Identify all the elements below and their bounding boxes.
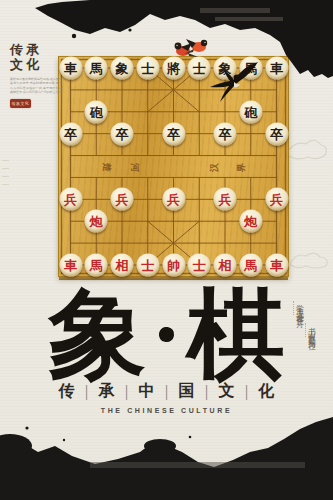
red-seal-stamp: 传承文化 [10,99,31,108]
title-char-qi: 棋 [187,285,285,383]
subtitle-english: THE CHINESE CULTURE [0,407,333,414]
subtitle-char: 国 [179,383,195,399]
swallow-icon [208,58,262,106]
corner-tag-line2: 文化 [10,57,68,72]
xiangqi-piece-red: 兵 [59,188,82,211]
subtitle-char: 化 [259,383,275,399]
xiangqi-piece-red: 炮 [85,210,108,233]
xiangqi-piece-red: 兵 [214,188,237,211]
xiangqi-piece-red: 炮 [239,210,262,233]
intro-paragraph: 象棋是中国传统棋类益智游戏 在中国有着悠久的历史 先秦时期已有记载 属于二人对抗… [10,77,62,95]
xiangqi-piece-black: 卒 [265,122,288,145]
couplet-line2: 书山有路勤为径 [308,321,316,339]
subtitle-char: 中 [138,383,154,399]
xiangqi-piece-red: 車 [59,254,82,277]
corner-tag-block: 传承 文化 象棋是中国传统棋类益智游戏 在中国有着悠久的历史 先秦时期已有记载 … [10,42,68,108]
river-label-char: 楚 [100,163,113,172]
xiangqi-piece-black: 卒 [162,122,185,145]
xiangqi-piece-black: 士 [136,57,159,80]
subtitle-separator: | [124,384,128,398]
main-title: 象 · 棋 [0,276,333,392]
xiangqi-piece-red: 馬 [239,254,262,277]
title-char-xiang: 象 [48,285,146,383]
xiangqi-piece-black: 馬 [85,57,108,80]
xiangqi-piece-red: 帥 [162,254,185,277]
river-label-char: 界 [235,163,248,172]
cloud-decoration-lower [288,250,332,270]
xiangqi-piece-red: 士 [188,254,211,277]
subtitle-separator: | [84,384,88,398]
xiangqi-piece-black: 卒 [111,122,134,145]
xiangqi-piece-black: 砲 [85,100,108,123]
subtitle-separator: | [205,384,209,398]
xiangqi-piece-black: 卒 [59,122,82,145]
bottom-ink-wash [0,410,333,500]
river-label-char: 河 [128,163,141,172]
xiangqi-piece-red: 馬 [85,254,108,277]
xiangqi-piece-red: 相 [111,254,134,277]
subtitle-char: 承 [98,383,114,399]
xiangqi-piece-black: 象 [111,57,134,80]
subtitle-char: 文 [219,383,235,399]
river-label-char: 汉 [208,163,221,172]
xiangqi-piece-red: 士 [136,254,159,277]
subtitle-chinese: 传|承|中|国|文|化 [0,383,333,399]
title-dot-separator: · [158,325,175,342]
xiangqi-culture-poster: 传承 文化 象棋是中国传统棋类益智游戏 在中国有着悠久的历史 先秦时期已有记载 … [0,0,333,500]
left-margin-marks [2,160,9,192]
couplet-line1: 学海无涯苦作舟 [296,299,304,317]
xiangqi-piece-red: 兵 [265,188,288,211]
corner-tag-line1: 传承 [10,42,68,57]
xiangqi-piece-red: 車 [265,254,288,277]
cloud-decoration-upper [284,136,330,162]
xiangqi-piece-red: 兵 [111,188,134,211]
xiangqi-piece-red: 兵 [162,188,185,211]
xiangqi-piece-red: 相 [214,254,237,277]
xiangqi-piece-black: 卒 [214,122,237,145]
subtitle-separator: | [164,384,168,398]
subtitle-char: 传 [58,383,74,399]
red-birds-icon [172,35,212,63]
subtitle-separator: | [245,384,249,398]
xiangqi-piece-black: 車 [265,57,288,80]
